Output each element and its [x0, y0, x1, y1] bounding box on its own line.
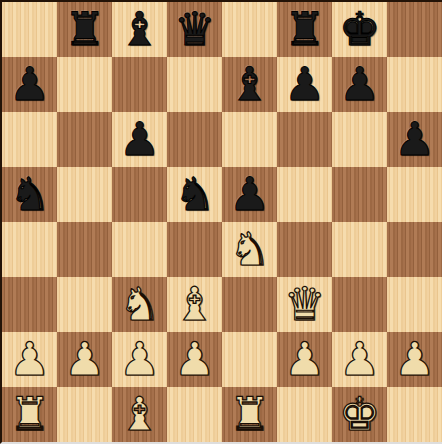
square-c3[interactable]: ♞ — [112, 277, 167, 332]
square-e2[interactable] — [222, 332, 277, 387]
square-a2[interactable]: ♟ — [2, 332, 57, 387]
square-h2[interactable]: ♟ — [387, 332, 442, 387]
square-c7[interactable] — [112, 57, 167, 112]
square-d5[interactable]: ♞ — [167, 167, 222, 222]
chess-board-frame: ♜♝♛♜♚♟♝♟♟♟♟♞♞♟♞♞♝♛♟♟♟♟♟♟♟♜♝♜♚ — [0, 0, 442, 444]
square-f3[interactable]: ♛ — [277, 277, 332, 332]
black-queen-piece[interactable]: ♛ — [174, 2, 215, 57]
square-d8[interactable]: ♛ — [167, 2, 222, 57]
white-pawn-piece[interactable]: ♟ — [174, 332, 215, 387]
square-e3[interactable] — [222, 277, 277, 332]
square-f2[interactable]: ♟ — [277, 332, 332, 387]
square-e8[interactable] — [222, 2, 277, 57]
square-h7[interactable] — [387, 57, 442, 112]
black-knight-piece[interactable]: ♞ — [174, 167, 215, 222]
square-f4[interactable] — [277, 222, 332, 277]
square-d3[interactable]: ♝ — [167, 277, 222, 332]
square-h8[interactable] — [387, 2, 442, 57]
black-pawn-piece[interactable]: ♟ — [284, 57, 325, 112]
black-king-piece[interactable]: ♚ — [339, 2, 380, 57]
square-f6[interactable] — [277, 112, 332, 167]
black-pawn-piece[interactable]: ♟ — [9, 57, 50, 112]
white-rook-piece[interactable]: ♜ — [9, 387, 50, 442]
white-pawn-piece[interactable]: ♟ — [9, 332, 50, 387]
square-f1[interactable] — [277, 387, 332, 442]
square-c5[interactable] — [112, 167, 167, 222]
white-pawn-piece[interactable]: ♟ — [394, 332, 435, 387]
white-king-piece[interactable]: ♚ — [339, 387, 380, 442]
black-knight-piece[interactable]: ♞ — [9, 167, 50, 222]
square-c1[interactable]: ♝ — [112, 387, 167, 442]
square-b4[interactable] — [57, 222, 112, 277]
square-f5[interactable] — [277, 167, 332, 222]
square-e6[interactable] — [222, 112, 277, 167]
square-h6[interactable]: ♟ — [387, 112, 442, 167]
square-g3[interactable] — [332, 277, 387, 332]
square-e5[interactable]: ♟ — [222, 167, 277, 222]
white-rook-piece[interactable]: ♜ — [229, 387, 270, 442]
black-pawn-piece[interactable]: ♟ — [119, 112, 160, 167]
white-pawn-piece[interactable]: ♟ — [339, 332, 380, 387]
white-pawn-piece[interactable]: ♟ — [64, 332, 105, 387]
square-f7[interactable]: ♟ — [277, 57, 332, 112]
square-a7[interactable]: ♟ — [2, 57, 57, 112]
white-bishop-piece[interactable]: ♝ — [174, 277, 215, 332]
square-d7[interactable] — [167, 57, 222, 112]
square-d2[interactable]: ♟ — [167, 332, 222, 387]
square-h3[interactable] — [387, 277, 442, 332]
square-g6[interactable] — [332, 112, 387, 167]
square-g7[interactable]: ♟ — [332, 57, 387, 112]
square-g8[interactable]: ♚ — [332, 2, 387, 57]
square-d1[interactable] — [167, 387, 222, 442]
square-a6[interactable] — [2, 112, 57, 167]
square-b5[interactable] — [57, 167, 112, 222]
white-knight-piece[interactable]: ♞ — [229, 222, 270, 277]
square-f8[interactable]: ♜ — [277, 2, 332, 57]
black-bishop-piece[interactable]: ♝ — [229, 57, 270, 112]
white-bishop-piece[interactable]: ♝ — [119, 387, 160, 442]
square-e7[interactable]: ♝ — [222, 57, 277, 112]
square-g2[interactable]: ♟ — [332, 332, 387, 387]
square-b7[interactable] — [57, 57, 112, 112]
square-e4[interactable]: ♞ — [222, 222, 277, 277]
square-a4[interactable] — [2, 222, 57, 277]
square-c2[interactable]: ♟ — [112, 332, 167, 387]
square-b6[interactable] — [57, 112, 112, 167]
square-a5[interactable]: ♞ — [2, 167, 57, 222]
black-rook-piece[interactable]: ♜ — [284, 2, 325, 57]
square-g5[interactable] — [332, 167, 387, 222]
square-a1[interactable]: ♜ — [2, 387, 57, 442]
square-d6[interactable] — [167, 112, 222, 167]
square-h1[interactable] — [387, 387, 442, 442]
square-c4[interactable] — [112, 222, 167, 277]
chess-board: ♜♝♛♜♚♟♝♟♟♟♟♞♞♟♞♞♝♛♟♟♟♟♟♟♟♜♝♜♚ — [2, 2, 442, 442]
black-bishop-piece[interactable]: ♝ — [119, 2, 160, 57]
square-b1[interactable] — [57, 387, 112, 442]
white-pawn-piece[interactable]: ♟ — [284, 332, 325, 387]
black-pawn-piece[interactable]: ♟ — [339, 57, 380, 112]
square-h5[interactable] — [387, 167, 442, 222]
black-rook-piece[interactable]: ♜ — [64, 2, 105, 57]
square-b3[interactable] — [57, 277, 112, 332]
white-knight-piece[interactable]: ♞ — [119, 277, 160, 332]
black-pawn-piece[interactable]: ♟ — [229, 167, 270, 222]
square-b8[interactable]: ♜ — [57, 2, 112, 57]
white-queen-piece[interactable]: ♛ — [284, 277, 325, 332]
square-h4[interactable] — [387, 222, 442, 277]
square-c6[interactable]: ♟ — [112, 112, 167, 167]
square-g4[interactable] — [332, 222, 387, 277]
square-d4[interactable] — [167, 222, 222, 277]
square-c8[interactable]: ♝ — [112, 2, 167, 57]
white-pawn-piece[interactable]: ♟ — [119, 332, 160, 387]
black-pawn-piece[interactable]: ♟ — [394, 112, 435, 167]
square-b2[interactable]: ♟ — [57, 332, 112, 387]
square-g1[interactable]: ♚ — [332, 387, 387, 442]
square-e1[interactable]: ♜ — [222, 387, 277, 442]
square-a3[interactable] — [2, 277, 57, 332]
square-a8[interactable] — [2, 2, 57, 57]
